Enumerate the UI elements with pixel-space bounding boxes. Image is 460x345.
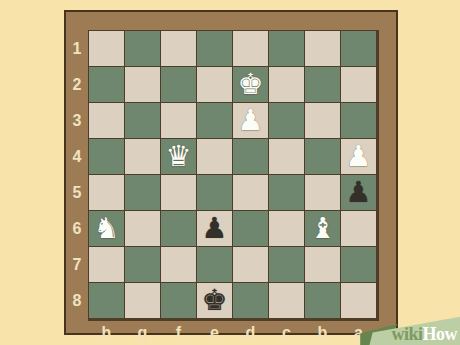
square-c3 <box>269 103 304 138</box>
rank-label-5: 5 <box>73 185 82 201</box>
file-label-h: h <box>102 325 112 341</box>
square-b6: ♝ <box>305 211 340 246</box>
file-label-d: d <box>246 325 256 341</box>
square-e4 <box>197 139 232 174</box>
square-f7 <box>161 247 196 282</box>
square-h7 <box>89 247 124 282</box>
square-e8: ♚ <box>197 283 232 318</box>
file-label-c: c <box>282 325 291 341</box>
square-c8 <box>269 283 304 318</box>
square-g7 <box>125 247 160 282</box>
rank-label-1: 1 <box>73 41 82 57</box>
square-g2 <box>125 67 160 102</box>
square-f6 <box>161 211 196 246</box>
rank-labels: 12345678 <box>66 30 88 321</box>
square-a4: ♟ <box>341 139 376 174</box>
square-d6 <box>233 211 268 246</box>
square-b8 <box>305 283 340 318</box>
square-a5: ♟ <box>341 175 376 210</box>
square-c4 <box>269 139 304 174</box>
square-b3 <box>305 103 340 138</box>
square-f4: ♛ <box>161 139 196 174</box>
square-h5 <box>89 175 124 210</box>
square-c5 <box>269 175 304 210</box>
square-h4 <box>89 139 124 174</box>
square-f2 <box>161 67 196 102</box>
square-d4 <box>233 139 268 174</box>
wikihow-logo: wikiHow <box>391 325 457 343</box>
square-e2 <box>197 67 232 102</box>
square-g6 <box>125 211 160 246</box>
piece-white-pawn: ♟ <box>346 139 372 174</box>
chess-board: ♚♟♛♟♟♞♟♝♚ <box>88 30 379 321</box>
square-e5 <box>197 175 232 210</box>
chess-board-frame: 12345678 ♚♟♛♟♟♞♟♝♚ hgfedcba <box>64 10 398 335</box>
square-f3 <box>161 103 196 138</box>
square-f1 <box>161 31 196 66</box>
file-label-b: b <box>318 325 328 341</box>
square-g3 <box>125 103 160 138</box>
square-d2: ♚ <box>233 67 268 102</box>
square-c7 <box>269 247 304 282</box>
chess-diagram: 12345678 ♚♟♛♟♟♞♟♝♚ hgfedcba wikiHow <box>0 0 460 345</box>
square-a6 <box>341 211 376 246</box>
rank-label-4: 4 <box>73 149 82 165</box>
square-g1 <box>125 31 160 66</box>
square-h8 <box>89 283 124 318</box>
rank-label-2: 2 <box>73 77 82 93</box>
square-e7 <box>197 247 232 282</box>
square-c1 <box>269 31 304 66</box>
square-f5 <box>161 175 196 210</box>
square-d3: ♟ <box>233 103 268 138</box>
square-b2 <box>305 67 340 102</box>
piece-white-knight: ♞ <box>94 211 120 246</box>
square-b7 <box>305 247 340 282</box>
square-a8 <box>341 283 376 318</box>
square-b5 <box>305 175 340 210</box>
wikihow-logo-wiki: wiki <box>391 324 422 344</box>
square-c6 <box>269 211 304 246</box>
piece-black-pawn: ♟ <box>202 211 228 246</box>
piece-black-king: ♚ <box>202 283 228 318</box>
square-e3 <box>197 103 232 138</box>
square-c2 <box>269 67 304 102</box>
square-b1 <box>305 31 340 66</box>
square-a7 <box>341 247 376 282</box>
square-d8 <box>233 283 268 318</box>
square-e6: ♟ <box>197 211 232 246</box>
square-g5 <box>125 175 160 210</box>
file-labels: hgfedcba <box>88 323 379 343</box>
square-h3 <box>89 103 124 138</box>
rank-label-8: 8 <box>73 293 82 309</box>
square-b4 <box>305 139 340 174</box>
square-a2 <box>341 67 376 102</box>
square-h2 <box>89 67 124 102</box>
piece-white-pawn: ♟ <box>238 103 264 138</box>
file-label-e: e <box>210 325 219 341</box>
square-d7 <box>233 247 268 282</box>
square-d5 <box>233 175 268 210</box>
square-a3 <box>341 103 376 138</box>
piece-white-bishop: ♝ <box>310 211 336 246</box>
square-d1 <box>233 31 268 66</box>
wikihow-logo-how: How <box>423 324 458 344</box>
piece-black-pawn: ♟ <box>346 175 372 210</box>
file-label-f: f <box>176 325 181 341</box>
wikihow-watermark: wikiHow <box>356 315 460 345</box>
square-f8 <box>161 283 196 318</box>
rank-label-3: 3 <box>73 113 82 129</box>
square-h6: ♞ <box>89 211 124 246</box>
square-a1 <box>341 31 376 66</box>
square-g8 <box>125 283 160 318</box>
square-e1 <box>197 31 232 66</box>
file-label-g: g <box>138 325 148 341</box>
piece-white-queen: ♛ <box>166 139 192 174</box>
rank-label-6: 6 <box>73 221 82 237</box>
square-g4 <box>125 139 160 174</box>
piece-white-king: ♚ <box>238 67 264 102</box>
square-h1 <box>89 31 124 66</box>
rank-label-7: 7 <box>73 257 82 273</box>
